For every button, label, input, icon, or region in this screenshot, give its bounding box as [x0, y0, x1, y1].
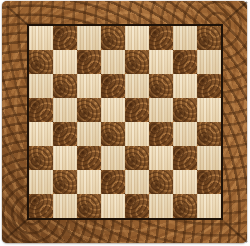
- square-h4[interactable]: [197, 122, 221, 146]
- square-h6[interactable]: [197, 74, 221, 98]
- square-h7[interactable]: [197, 50, 221, 74]
- frame-miter-seam-bottom-left: [1, 217, 30, 243]
- square-d7[interactable]: [101, 50, 125, 74]
- square-a6[interactable]: [29, 74, 53, 98]
- square-b8[interactable]: [53, 26, 77, 50]
- square-h2[interactable]: [197, 170, 221, 194]
- square-g1[interactable]: [173, 194, 197, 218]
- square-e3[interactable]: [125, 146, 149, 170]
- square-e7[interactable]: [125, 50, 149, 74]
- square-g8[interactable]: [173, 26, 197, 50]
- square-b5[interactable]: [53, 98, 77, 122]
- square-e2[interactable]: [125, 170, 149, 194]
- square-b1[interactable]: [53, 194, 77, 218]
- square-e6[interactable]: [125, 74, 149, 98]
- square-g4[interactable]: [173, 122, 197, 146]
- square-e5[interactable]: [125, 98, 149, 122]
- chess-board: [29, 26, 221, 218]
- square-b4[interactable]: [53, 122, 77, 146]
- square-h5[interactable]: [197, 98, 221, 122]
- square-b6[interactable]: [53, 74, 77, 98]
- square-h1[interactable]: [197, 194, 221, 218]
- square-d3[interactable]: [101, 146, 125, 170]
- square-d1[interactable]: [101, 194, 125, 218]
- square-c6[interactable]: [77, 74, 101, 98]
- square-f2[interactable]: [149, 170, 173, 194]
- board-frame: [2, 1, 247, 243]
- square-c1[interactable]: [77, 194, 101, 218]
- square-c2[interactable]: [77, 170, 101, 194]
- square-a2[interactable]: [29, 170, 53, 194]
- square-g5[interactable]: [173, 98, 197, 122]
- frame-miter-seam-top-left: [1, 1, 30, 27]
- square-f5[interactable]: [149, 98, 173, 122]
- board-inner-border: [27, 24, 223, 220]
- square-f3[interactable]: [149, 146, 173, 170]
- square-a4[interactable]: [29, 122, 53, 146]
- square-h8[interactable]: [197, 26, 221, 50]
- square-a1[interactable]: [29, 194, 53, 218]
- square-g7[interactable]: [173, 50, 197, 74]
- square-h3[interactable]: [197, 146, 221, 170]
- square-g6[interactable]: [173, 74, 197, 98]
- square-a3[interactable]: [29, 146, 53, 170]
- square-g2[interactable]: [173, 170, 197, 194]
- square-f8[interactable]: [149, 26, 173, 50]
- square-g3[interactable]: [173, 146, 197, 170]
- square-c8[interactable]: [77, 26, 101, 50]
- square-f7[interactable]: [149, 50, 173, 74]
- square-c7[interactable]: [77, 50, 101, 74]
- square-c3[interactable]: [77, 146, 101, 170]
- square-a7[interactable]: [29, 50, 53, 74]
- square-d5[interactable]: [101, 98, 125, 122]
- square-c4[interactable]: [77, 122, 101, 146]
- frame-miter-seam-top-right: [219, 1, 248, 27]
- square-d8[interactable]: [101, 26, 125, 50]
- square-e1[interactable]: [125, 194, 149, 218]
- square-d4[interactable]: [101, 122, 125, 146]
- square-b3[interactable]: [53, 146, 77, 170]
- square-b2[interactable]: [53, 170, 77, 194]
- square-c5[interactable]: [77, 98, 101, 122]
- photo-background: [0, 0, 250, 246]
- square-a5[interactable]: [29, 98, 53, 122]
- square-f4[interactable]: [149, 122, 173, 146]
- square-a8[interactable]: [29, 26, 53, 50]
- square-b7[interactable]: [53, 50, 77, 74]
- square-f1[interactable]: [149, 194, 173, 218]
- square-f6[interactable]: [149, 74, 173, 98]
- square-e4[interactable]: [125, 122, 149, 146]
- square-d2[interactable]: [101, 170, 125, 194]
- square-e8[interactable]: [125, 26, 149, 50]
- frame-miter-seam-bottom-right: [219, 217, 248, 243]
- square-d6[interactable]: [101, 74, 125, 98]
